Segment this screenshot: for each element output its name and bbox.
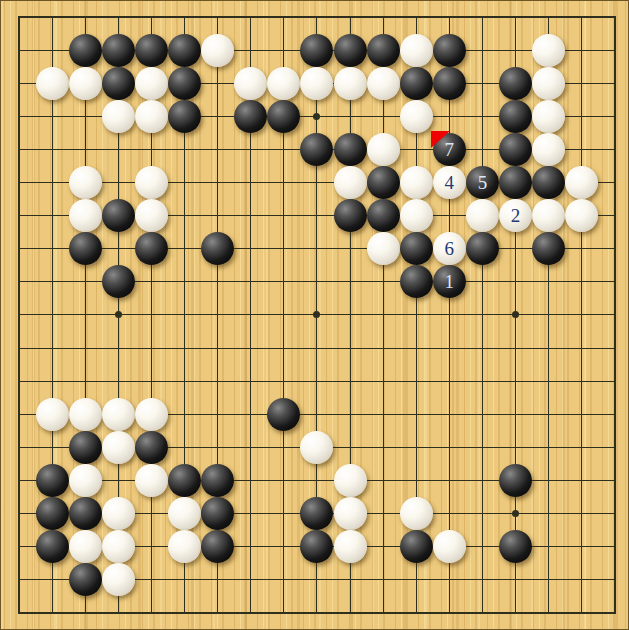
white-stone xyxy=(532,133,565,166)
black-stone xyxy=(36,497,69,530)
black-stone xyxy=(466,232,499,265)
black-stone xyxy=(334,199,367,232)
white-stone xyxy=(367,133,400,166)
black-stone xyxy=(102,34,135,67)
black-stone xyxy=(367,166,400,199)
black-stone xyxy=(433,34,466,67)
black-stone xyxy=(267,100,300,133)
black-stone xyxy=(201,464,234,497)
black-stone xyxy=(334,34,367,67)
red-triangle-marker xyxy=(431,131,450,148)
black-stone xyxy=(102,67,135,100)
white-stone xyxy=(367,67,400,100)
black-stone xyxy=(69,431,102,464)
black-stone xyxy=(400,67,433,100)
white-stone xyxy=(102,563,135,596)
white-stone xyxy=(300,67,333,100)
white-stone xyxy=(267,67,300,100)
black-stone xyxy=(168,100,201,133)
black-stone xyxy=(267,398,300,431)
black-stone: 1 xyxy=(433,265,466,298)
white-stone xyxy=(135,464,168,497)
white-stone: 6 xyxy=(433,232,466,265)
white-stone xyxy=(334,67,367,100)
white-stone xyxy=(466,199,499,232)
black-stone xyxy=(201,530,234,563)
white-stone xyxy=(69,530,102,563)
white-stone xyxy=(532,199,565,232)
black-stone xyxy=(499,67,532,100)
black-stone xyxy=(499,166,532,199)
move-number-label: 4 xyxy=(433,166,466,199)
black-stone xyxy=(300,34,333,67)
black-stone xyxy=(499,100,532,133)
go-board[interactable]: 745261 xyxy=(0,0,629,630)
black-stone xyxy=(367,199,400,232)
white-stone xyxy=(69,398,102,431)
black-stone xyxy=(168,34,201,67)
black-stone xyxy=(168,67,201,100)
white-stone xyxy=(69,199,102,232)
move-number-label: 5 xyxy=(466,166,499,199)
white-stone xyxy=(102,530,135,563)
white-stone xyxy=(135,166,168,199)
white-stone: 2 xyxy=(499,199,532,232)
black-stone xyxy=(102,265,135,298)
black-stone xyxy=(400,232,433,265)
black-stone xyxy=(499,464,532,497)
white-stone xyxy=(36,67,69,100)
star-point xyxy=(512,510,519,517)
black-stone xyxy=(36,464,69,497)
black-stone: 5 xyxy=(466,166,499,199)
black-stone xyxy=(433,67,466,100)
black-stone xyxy=(499,530,532,563)
black-stone xyxy=(36,530,69,563)
black-stone xyxy=(367,34,400,67)
move-number-label: 6 xyxy=(433,232,466,265)
black-stone xyxy=(135,232,168,265)
black-stone xyxy=(69,34,102,67)
black-stone xyxy=(69,232,102,265)
white-stone xyxy=(532,67,565,100)
white-stone xyxy=(532,34,565,67)
white-stone xyxy=(135,199,168,232)
white-stone xyxy=(400,34,433,67)
white-stone xyxy=(102,398,135,431)
white-stone xyxy=(400,166,433,199)
move-number-label: 2 xyxy=(499,199,532,232)
white-stone xyxy=(168,497,201,530)
black-stone xyxy=(168,464,201,497)
white-stone xyxy=(334,530,367,563)
white-stone xyxy=(201,34,234,67)
black-stone xyxy=(69,563,102,596)
black-stone xyxy=(102,199,135,232)
white-stone xyxy=(102,100,135,133)
white-stone xyxy=(69,67,102,100)
white-stone xyxy=(367,232,400,265)
white-stone xyxy=(334,166,367,199)
black-stone xyxy=(69,497,102,530)
black-stone xyxy=(499,133,532,166)
black-stone xyxy=(135,34,168,67)
white-stone xyxy=(400,100,433,133)
white-stone xyxy=(69,464,102,497)
white-stone xyxy=(135,398,168,431)
white-stone xyxy=(69,166,102,199)
white-stone xyxy=(135,100,168,133)
white-stone xyxy=(400,497,433,530)
black-stone xyxy=(532,166,565,199)
white-stone xyxy=(234,67,267,100)
white-stone xyxy=(135,67,168,100)
black-stone xyxy=(400,265,433,298)
black-stone xyxy=(201,497,234,530)
white-stone xyxy=(400,199,433,232)
white-stone xyxy=(168,530,201,563)
white-stone xyxy=(102,497,135,530)
white-stone: 4 xyxy=(433,166,466,199)
white-stone xyxy=(532,100,565,133)
white-stone xyxy=(300,431,333,464)
move-number-label: 1 xyxy=(433,265,466,298)
black-stone xyxy=(400,530,433,563)
white-stone xyxy=(36,398,69,431)
black-stone xyxy=(234,100,267,133)
white-stone xyxy=(565,166,598,199)
white-stone xyxy=(334,464,367,497)
white-stone xyxy=(334,497,367,530)
white-stone xyxy=(433,530,466,563)
black-stone xyxy=(135,431,168,464)
black-stone xyxy=(334,133,367,166)
white-stone xyxy=(102,431,135,464)
